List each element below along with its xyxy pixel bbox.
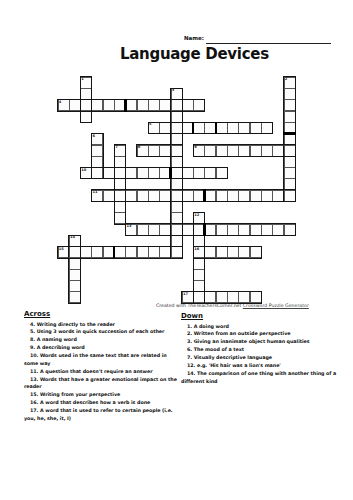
grid-cell[interactable] [216, 291, 228, 303]
grid-cell[interactable] [91, 145, 103, 157]
grid-cell[interactable] [250, 190, 262, 202]
grid-cell[interactable] [238, 246, 250, 258]
grid-cell[interactable] [69, 280, 81, 292]
grid-cell[interactable] [171, 111, 183, 123]
grid-cell[interactable] [193, 212, 205, 224]
grid-cell[interactable] [272, 145, 284, 157]
grid-cell[interactable] [114, 167, 126, 179]
grid-cell[interactable] [58, 99, 70, 111]
grid-cell[interactable] [204, 145, 216, 157]
attribution-site: TheTeachersCorner.net [187, 303, 242, 308]
grid-cell[interactable] [238, 291, 250, 303]
clue-item: 1. A doing word [181, 323, 351, 331]
grid-cell[interactable] [284, 99, 296, 111]
grid-cell[interactable] [182, 190, 194, 202]
grid-cell[interactable] [159, 99, 171, 111]
grid-cell[interactable] [261, 224, 273, 236]
grid-cell[interactable] [193, 258, 205, 270]
clue-item: 4. Writing directly to the reader [24, 321, 180, 329]
grid-cell[interactable] [261, 122, 273, 134]
grid-cell[interactable] [148, 167, 160, 179]
grid-cell[interactable] [80, 99, 92, 111]
clue-item: 16. A word that describes how a verb is … [24, 399, 180, 407]
grid-cell[interactable] [216, 145, 228, 157]
grid-cell[interactable] [137, 99, 149, 111]
grid-cell[interactable] [69, 235, 81, 247]
grid-cell[interactable] [204, 122, 216, 134]
clue-item-number: 12. [187, 363, 197, 368]
grid-cell[interactable] [171, 224, 183, 236]
grid-cell[interactable] [171, 235, 183, 247]
grid-cell[interactable] [261, 145, 273, 157]
grid-cell[interactable] [182, 291, 194, 303]
grid-cell[interactable] [284, 167, 296, 179]
grid-cell[interactable] [250, 246, 262, 258]
grid-cell[interactable] [58, 246, 70, 258]
grid-cell[interactable] [193, 291, 205, 303]
clue-item: 15. Writing from your perspective [24, 391, 180, 399]
grid-cell[interactable] [193, 280, 205, 292]
grid-cell[interactable] [148, 246, 160, 258]
generator-link[interactable]: Crossword Puzzle Generator [243, 303, 309, 308]
grid-cell[interactable] [114, 212, 126, 224]
grid-cell[interactable] [159, 246, 171, 258]
grid-cell[interactable] [114, 156, 126, 168]
grid-cell[interactable] [216, 122, 228, 134]
grid-cell[interactable] [103, 99, 115, 111]
crossword-grid: 4589101113151617123671214 [0, 0, 353, 353]
clue-item-number: 7. [187, 355, 194, 360]
grid-cell[interactable] [91, 133, 103, 145]
grid-cell[interactable] [227, 122, 239, 134]
grid-cell[interactable] [91, 99, 103, 111]
grid-cell[interactable] [91, 190, 103, 202]
grid-cell[interactable] [216, 167, 228, 179]
grid-cell[interactable] [171, 212, 183, 224]
grid-cell[interactable] [114, 246, 126, 258]
grid-cell[interactable] [137, 224, 149, 236]
grid-cell[interactable] [69, 258, 81, 270]
down-clues-section: Down 1. A doing word2. Written from an o… [181, 312, 351, 385]
grid-cell[interactable] [284, 77, 296, 89]
grid-cell[interactable] [80, 167, 92, 179]
grid-cell[interactable] [103, 246, 115, 258]
across-clues-section: Across 4. Writing directly to the reader… [24, 310, 180, 423]
grid-cell[interactable] [171, 190, 183, 202]
grid-cell[interactable] [182, 167, 194, 179]
across-clue-list: 4. Writing directly to the reader5. Usin… [24, 321, 180, 423]
grid-cell[interactable] [193, 145, 205, 157]
grid-cell[interactable] [148, 224, 160, 236]
grid-cell[interactable] [171, 88, 183, 100]
grid-cell[interactable] [148, 190, 160, 202]
down-header: Down [181, 312, 351, 320]
grid-cell[interactable] [216, 190, 228, 202]
grid-cell[interactable] [182, 99, 194, 111]
grid-cell[interactable] [125, 167, 137, 179]
clue-item-number: 10. [30, 353, 40, 358]
grid-cell[interactable] [91, 167, 103, 179]
grid-cell[interactable] [69, 246, 81, 258]
grid-cell[interactable] [250, 122, 262, 134]
grid-cell[interactable] [159, 167, 171, 179]
clue-item-number: 14. [187, 371, 197, 376]
grid-cell[interactable] [80, 111, 92, 123]
clue-item-number: 8. [30, 337, 37, 342]
grid-cell[interactable] [193, 190, 205, 202]
grid-cell[interactable] [114, 190, 126, 202]
grid-cell[interactable] [171, 145, 183, 157]
grid-cell[interactable] [91, 156, 103, 168]
grid-cell[interactable] [204, 246, 216, 258]
grid-cell[interactable] [284, 190, 296, 202]
grid-cell[interactable] [171, 156, 183, 168]
grid-cell[interactable] [238, 122, 250, 134]
clue-item-number: 13. [30, 377, 40, 382]
grid-cell[interactable] [238, 224, 250, 236]
grid-cell[interactable] [69, 99, 81, 111]
clue-item: 5. Using 3 words in quick succession of … [24, 328, 180, 336]
grid-cell[interactable] [159, 122, 171, 134]
grid-cell[interactable] [204, 167, 216, 179]
grid-cell[interactable] [204, 190, 216, 202]
grid-cell[interactable] [193, 235, 205, 247]
grid-cell[interactable] [284, 156, 296, 168]
grid-cell[interactable] [193, 167, 205, 179]
grid-cell[interactable] [80, 77, 92, 89]
grid-cell[interactable] [80, 246, 92, 258]
clue-item: 17. A word that is used to refer to cert… [24, 407, 180, 423]
grid-cell[interactable] [137, 190, 149, 202]
grid-cell[interactable] [103, 190, 115, 202]
grid-cell[interactable] [238, 190, 250, 202]
grid-cell[interactable] [284, 122, 296, 134]
grid-cell[interactable] [227, 145, 239, 157]
grid-cell[interactable] [137, 246, 149, 258]
clue-item: 6. The mood of a text [181, 346, 351, 354]
grid-cell[interactable] [148, 145, 160, 157]
grid-cell[interactable] [159, 224, 171, 236]
grid-cell[interactable] [193, 269, 205, 281]
grid-cell[interactable] [148, 122, 160, 134]
clue-item-number: 16. [30, 400, 40, 405]
clue-item: 10. Words used in the same text that are… [24, 352, 180, 368]
grid-cell[interactable] [114, 178, 126, 190]
clue-item: 12. e.g. 'His hair was a lion's mane' [181, 362, 351, 370]
grid-cell[interactable] [69, 269, 81, 281]
clue-item: 7. Visually descriptive language [181, 354, 351, 362]
grid-cell[interactable] [159, 145, 171, 157]
clue-item: 14. The comparison of one thing with ano… [181, 370, 351, 386]
attribution-prefix: Created with [156, 303, 187, 308]
grid-cell[interactable] [103, 167, 115, 179]
grid-cell[interactable] [284, 145, 296, 157]
grid-cell[interactable] [238, 145, 250, 157]
grid-cell[interactable] [114, 145, 126, 157]
grid-cell[interactable] [204, 291, 216, 303]
grid-cell[interactable] [137, 167, 149, 179]
grid-cell[interactable] [125, 99, 137, 111]
clue-item-number: 1. [187, 324, 194, 329]
crossword-worksheet: { "game": "crossword", "title": "Languag… [0, 0, 353, 500]
grid-cell[interactable] [193, 224, 205, 236]
grid-cell[interactable] [171, 201, 183, 213]
grid-cell[interactable] [284, 224, 296, 236]
clue-item-number: 5. [30, 329, 37, 334]
grid-cell[interactable] [171, 99, 183, 111]
clue-item: 8. A naming word [24, 336, 180, 344]
clue-item-number: 3. [187, 339, 194, 344]
clue-item: 11. A question that doesn't require an a… [24, 368, 180, 376]
grid-cell[interactable] [114, 99, 126, 111]
grid-cell[interactable] [227, 224, 239, 236]
grid-cell[interactable] [272, 224, 284, 236]
grid-cell[interactable] [159, 190, 171, 202]
grid-cell[interactable] [125, 224, 137, 236]
grid-cell[interactable] [148, 99, 160, 111]
grid-cell[interactable] [182, 224, 194, 236]
grid-cell[interactable] [171, 167, 183, 179]
grid-cell[interactable] [69, 291, 81, 303]
grid-cell[interactable] [182, 122, 194, 134]
grid-cell[interactable] [80, 88, 92, 100]
grid-cell[interactable] [250, 145, 262, 157]
grid-cell[interactable] [125, 190, 137, 202]
clue-item: 9. A describing word [24, 344, 180, 352]
grid-cell[interactable] [284, 178, 296, 190]
clue-item-number: 11. [30, 369, 40, 374]
grid-cell[interactable] [250, 224, 262, 236]
grid-cell[interactable] [125, 246, 137, 258]
grid-cell[interactable] [284, 133, 296, 145]
clue-item-number: 2. [187, 331, 194, 336]
clue-item-number: 6. [187, 347, 194, 352]
down-clue-list: 1. A doing word2. Written from an outsid… [181, 323, 351, 386]
grid-cell[interactable] [284, 88, 296, 100]
clue-item-number: 15. [30, 392, 40, 397]
grid-cell[interactable] [193, 246, 205, 258]
clue-item: 13. Words that have a greater emotional … [24, 376, 180, 392]
grid-cell[interactable] [261, 190, 273, 202]
grid-cell[interactable] [216, 224, 228, 236]
grid-cell[interactable] [171, 133, 183, 145]
grid-cell[interactable] [227, 291, 239, 303]
grid-cell[interactable] [114, 201, 126, 213]
grid-cell[interactable] [204, 224, 216, 236]
grid-cell[interactable] [250, 291, 262, 303]
clue-item-number: 17. [30, 408, 40, 413]
grid-cell[interactable] [193, 122, 205, 134]
grid-cell[interactable] [193, 99, 205, 111]
grid-cell[interactable] [91, 246, 103, 258]
grid-cell[interactable] [171, 122, 183, 134]
grid-cell[interactable] [284, 111, 296, 123]
grid-cell[interactable] [227, 190, 239, 202]
clue-item-number: 4. [30, 322, 37, 327]
clue-item: 2. Written from an outside perspective [181, 330, 351, 338]
grid-cell[interactable] [227, 246, 239, 258]
grid-cell[interactable] [171, 178, 183, 190]
clue-item: 3. Giving an inanimate object human qual… [181, 338, 351, 346]
attribution: Created with TheTeachersCorner.net Cross… [156, 303, 309, 308]
grid-cell[interactable] [171, 246, 183, 258]
grid-cell[interactable] [137, 145, 149, 157]
grid-cell[interactable] [272, 190, 284, 202]
grid-cell[interactable] [216, 246, 228, 258]
clue-item-number: 9. [30, 345, 37, 350]
across-header: Across [24, 310, 180, 318]
